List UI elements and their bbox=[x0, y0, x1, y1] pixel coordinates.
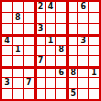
empty-cell-r3c9[interactable] bbox=[89, 24, 99, 34]
given-cell-r6c4: 7 bbox=[35, 56, 45, 66]
empty-cell-r2c8[interactable] bbox=[78, 13, 88, 23]
empty-cell-r9c2[interactable] bbox=[13, 89, 23, 99]
empty-cell-r3c5[interactable] bbox=[46, 24, 56, 34]
empty-cell-r1c1[interactable] bbox=[2, 2, 12, 12]
given-cell-r1c4: 2 bbox=[35, 2, 45, 12]
empty-cell-r3c6[interactable] bbox=[56, 24, 66, 34]
empty-cell-r6c3[interactable] bbox=[24, 56, 34, 66]
sudoku-board: 24683413187681375 bbox=[0, 0, 101, 101]
empty-cell-r4c3[interactable] bbox=[24, 35, 34, 45]
empty-cell-r9c6[interactable] bbox=[56, 89, 66, 99]
empty-cell-r2c9[interactable] bbox=[89, 13, 99, 23]
empty-cell-r5c8[interactable] bbox=[78, 46, 88, 56]
empty-cell-r4c6[interactable] bbox=[56, 35, 66, 45]
given-cell-r7c6: 6 bbox=[56, 67, 66, 77]
empty-cell-r8c7[interactable] bbox=[67, 78, 77, 88]
given-cell-r3c4: 3 bbox=[35, 24, 45, 34]
empty-cell-r1c7[interactable] bbox=[67, 2, 77, 12]
given-cell-r4c8: 3 bbox=[78, 35, 88, 45]
empty-cell-r2c4[interactable] bbox=[35, 13, 45, 23]
given-cell-r9c7: 5 bbox=[67, 89, 77, 99]
given-cell-r1c5: 4 bbox=[46, 2, 56, 12]
given-cell-r2c2: 8 bbox=[13, 13, 23, 23]
given-cell-r4c5: 1 bbox=[46, 35, 56, 45]
given-cell-r5c6: 8 bbox=[56, 46, 66, 56]
empty-cell-r4c2[interactable] bbox=[13, 35, 23, 45]
empty-cell-r3c7[interactable] bbox=[67, 24, 77, 34]
given-cell-r8c1: 3 bbox=[2, 78, 12, 88]
empty-cell-r7c2[interactable] bbox=[13, 67, 23, 77]
empty-cell-r5c7[interactable] bbox=[67, 46, 77, 56]
empty-cell-r7c8[interactable] bbox=[78, 67, 88, 77]
empty-cell-r6c6[interactable] bbox=[56, 56, 66, 66]
empty-cell-r3c8[interactable] bbox=[78, 24, 88, 34]
given-cell-r1c8: 6 bbox=[78, 2, 88, 12]
empty-cell-r3c2[interactable] bbox=[13, 24, 23, 34]
empty-cell-r5c3[interactable] bbox=[24, 46, 34, 56]
given-cell-r5c2: 1 bbox=[13, 46, 23, 56]
empty-cell-r7c4[interactable] bbox=[35, 67, 45, 77]
empty-cell-r7c5[interactable] bbox=[46, 67, 56, 77]
empty-cell-r8c9[interactable] bbox=[89, 78, 99, 88]
empty-cell-r6c1[interactable] bbox=[2, 56, 12, 66]
empty-cell-r8c2[interactable] bbox=[13, 78, 23, 88]
empty-cell-r5c9[interactable] bbox=[89, 46, 99, 56]
empty-cell-r8c6[interactable] bbox=[56, 78, 66, 88]
given-cell-r8c3: 7 bbox=[24, 78, 34, 88]
given-cell-r4c1: 4 bbox=[2, 35, 12, 45]
empty-cell-r4c7[interactable] bbox=[67, 35, 77, 45]
empty-cell-r1c6[interactable] bbox=[56, 2, 66, 12]
empty-cell-r9c9[interactable] bbox=[89, 89, 99, 99]
empty-cell-r5c4[interactable] bbox=[35, 46, 45, 56]
empty-cell-r6c8[interactable] bbox=[78, 56, 88, 66]
empty-cell-r1c3[interactable] bbox=[24, 2, 34, 12]
empty-cell-r4c4[interactable] bbox=[35, 35, 45, 45]
empty-cell-r8c8[interactable] bbox=[78, 78, 88, 88]
empty-cell-r1c2[interactable] bbox=[13, 2, 23, 12]
empty-cell-r6c2[interactable] bbox=[13, 56, 23, 66]
empty-cell-r4c9[interactable] bbox=[89, 35, 99, 45]
empty-cell-r6c9[interactable] bbox=[89, 56, 99, 66]
empty-cell-r2c7[interactable] bbox=[67, 13, 77, 23]
empty-cell-r7c3[interactable] bbox=[24, 67, 34, 77]
empty-cell-r3c3[interactable] bbox=[24, 24, 34, 34]
empty-cell-r9c1[interactable] bbox=[2, 89, 12, 99]
empty-cell-r9c8[interactable] bbox=[78, 89, 88, 99]
empty-cell-r2c5[interactable] bbox=[46, 13, 56, 23]
empty-cell-r2c6[interactable] bbox=[56, 13, 66, 23]
empty-cell-r2c3[interactable] bbox=[24, 13, 34, 23]
empty-cell-r9c5[interactable] bbox=[46, 89, 56, 99]
empty-cell-r7c1[interactable] bbox=[2, 67, 12, 77]
empty-cell-r5c5[interactable] bbox=[46, 46, 56, 56]
empty-cell-r8c4[interactable] bbox=[35, 78, 45, 88]
empty-cell-r6c7[interactable] bbox=[67, 56, 77, 66]
empty-cell-r1c9[interactable] bbox=[89, 2, 99, 12]
given-cell-r7c9: 1 bbox=[89, 67, 99, 77]
empty-cell-r5c1[interactable] bbox=[2, 46, 12, 56]
empty-cell-r9c3[interactable] bbox=[24, 89, 34, 99]
empty-cell-r2c1[interactable] bbox=[2, 13, 12, 23]
empty-cell-r9c4[interactable] bbox=[35, 89, 45, 99]
empty-cell-r8c5[interactable] bbox=[46, 78, 56, 88]
empty-cell-r3c1[interactable] bbox=[2, 24, 12, 34]
empty-cell-r6c5[interactable] bbox=[46, 56, 56, 66]
given-cell-r7c7: 8 bbox=[67, 67, 77, 77]
